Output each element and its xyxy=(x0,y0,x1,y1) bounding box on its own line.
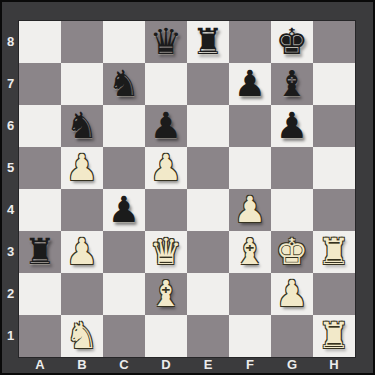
square-f3[interactable]: ♝ xyxy=(229,231,271,273)
square-b8[interactable] xyxy=(61,21,103,63)
square-d3[interactable]: ♛ xyxy=(145,231,187,273)
rank-label-4: 4 xyxy=(2,189,19,231)
file-label-d: D xyxy=(145,357,187,373)
file-label-b: B xyxy=(61,357,103,373)
white-pawn: ♟ xyxy=(234,189,266,231)
square-h8[interactable] xyxy=(313,21,355,63)
rank-label-2: 2 xyxy=(2,273,19,315)
rank-label-5: 5 xyxy=(2,147,19,189)
file-label-h: H xyxy=(313,357,355,373)
square-c1[interactable] xyxy=(103,315,145,357)
square-h1[interactable]: ♜ xyxy=(313,315,355,357)
white-bishop: ♝ xyxy=(234,231,266,273)
white-rook: ♜ xyxy=(318,231,350,273)
square-a2[interactable] xyxy=(19,273,61,315)
white-pawn: ♟ xyxy=(66,231,98,273)
square-b6[interactable]: ♞ xyxy=(61,105,103,147)
white-pawn: ♟ xyxy=(276,273,308,315)
white-pawn: ♟ xyxy=(66,147,98,189)
black-pawn: ♟ xyxy=(234,63,266,105)
square-c2[interactable] xyxy=(103,273,145,315)
square-a1[interactable] xyxy=(19,315,61,357)
square-e5[interactable] xyxy=(187,147,229,189)
square-c8[interactable] xyxy=(103,21,145,63)
square-e8[interactable]: ♜ xyxy=(187,21,229,63)
square-h7[interactable] xyxy=(313,63,355,105)
square-b4[interactable] xyxy=(61,189,103,231)
square-f2[interactable] xyxy=(229,273,271,315)
square-d6[interactable]: ♟ xyxy=(145,105,187,147)
black-pawn: ♟ xyxy=(108,189,140,231)
file-label-c: C xyxy=(103,357,145,373)
square-f7[interactable]: ♟ xyxy=(229,63,271,105)
square-f6[interactable] xyxy=(229,105,271,147)
square-h4[interactable] xyxy=(313,189,355,231)
white-queen: ♛ xyxy=(150,231,182,273)
black-rook: ♜ xyxy=(24,231,56,273)
chess-board: ♛♜♚♞♟♝♞♟♟♟♟♟♟♜♟♛♝♚♜♝♟♞♜ xyxy=(19,21,355,357)
square-a8[interactable] xyxy=(19,21,61,63)
square-g5[interactable] xyxy=(271,147,313,189)
square-h2[interactable] xyxy=(313,273,355,315)
square-c7[interactable]: ♞ xyxy=(103,63,145,105)
rank-label-3: 3 xyxy=(2,231,19,273)
square-a5[interactable] xyxy=(19,147,61,189)
square-f5[interactable] xyxy=(229,147,271,189)
white-pawn: ♟ xyxy=(150,147,182,189)
square-g1[interactable] xyxy=(271,315,313,357)
file-label-f: F xyxy=(229,357,271,373)
square-b3[interactable]: ♟ xyxy=(61,231,103,273)
square-h6[interactable] xyxy=(313,105,355,147)
black-rook: ♜ xyxy=(192,21,224,63)
square-e6[interactable] xyxy=(187,105,229,147)
rank-labels: 87654321 xyxy=(2,21,19,357)
square-e2[interactable] xyxy=(187,273,229,315)
square-a6[interactable] xyxy=(19,105,61,147)
square-e1[interactable] xyxy=(187,315,229,357)
black-bishop: ♝ xyxy=(276,63,308,105)
black-pawn: ♟ xyxy=(150,105,182,147)
square-d2[interactable]: ♝ xyxy=(145,273,187,315)
square-b1[interactable]: ♞ xyxy=(61,315,103,357)
white-knight: ♞ xyxy=(66,315,98,357)
square-a3[interactable]: ♜ xyxy=(19,231,61,273)
square-h3[interactable]: ♜ xyxy=(313,231,355,273)
square-e3[interactable] xyxy=(187,231,229,273)
square-b2[interactable] xyxy=(61,273,103,315)
file-label-e: E xyxy=(187,357,229,373)
white-bishop: ♝ xyxy=(150,273,182,315)
file-labels: ABCDEFGH xyxy=(19,357,355,373)
black-queen: ♛ xyxy=(150,21,182,63)
square-e4[interactable] xyxy=(187,189,229,231)
black-knight: ♞ xyxy=(108,63,140,105)
square-c4[interactable]: ♟ xyxy=(103,189,145,231)
square-c3[interactable] xyxy=(103,231,145,273)
rank-label-7: 7 xyxy=(2,63,19,105)
square-g6[interactable]: ♟ xyxy=(271,105,313,147)
square-g7[interactable]: ♝ xyxy=(271,63,313,105)
file-label-a: A xyxy=(19,357,61,373)
black-king: ♚ xyxy=(276,21,308,63)
square-d5[interactable]: ♟ xyxy=(145,147,187,189)
rank-label-6: 6 xyxy=(2,105,19,147)
square-f4[interactable]: ♟ xyxy=(229,189,271,231)
chess-diagram-frame: ♛♜♚♞♟♝♞♟♟♟♟♟♟♜♟♛♝♚♜♝♟♞♜ 87654321 ABCDEFG… xyxy=(0,0,375,375)
square-c6[interactable] xyxy=(103,105,145,147)
square-b5[interactable]: ♟ xyxy=(61,147,103,189)
square-f1[interactable] xyxy=(229,315,271,357)
black-pawn: ♟ xyxy=(276,105,308,147)
square-a7[interactable] xyxy=(19,63,61,105)
white-rook: ♜ xyxy=(318,315,350,357)
square-g2[interactable]: ♟ xyxy=(271,273,313,315)
square-c5[interactable] xyxy=(103,147,145,189)
square-d1[interactable] xyxy=(145,315,187,357)
square-d4[interactable] xyxy=(145,189,187,231)
square-h5[interactable] xyxy=(313,147,355,189)
square-d8[interactable]: ♛ xyxy=(145,21,187,63)
file-label-g: G xyxy=(271,357,313,373)
rank-label-8: 8 xyxy=(2,21,19,63)
square-g8[interactable]: ♚ xyxy=(271,21,313,63)
black-knight: ♞ xyxy=(66,105,98,147)
square-g4[interactable] xyxy=(271,189,313,231)
rank-label-1: 1 xyxy=(2,315,19,357)
square-g3[interactable]: ♚ xyxy=(271,231,313,273)
square-d7[interactable] xyxy=(145,63,187,105)
white-king: ♚ xyxy=(276,231,308,273)
square-f8[interactable] xyxy=(229,21,271,63)
square-a4[interactable] xyxy=(19,189,61,231)
square-b7[interactable] xyxy=(61,63,103,105)
square-e7[interactable] xyxy=(187,63,229,105)
